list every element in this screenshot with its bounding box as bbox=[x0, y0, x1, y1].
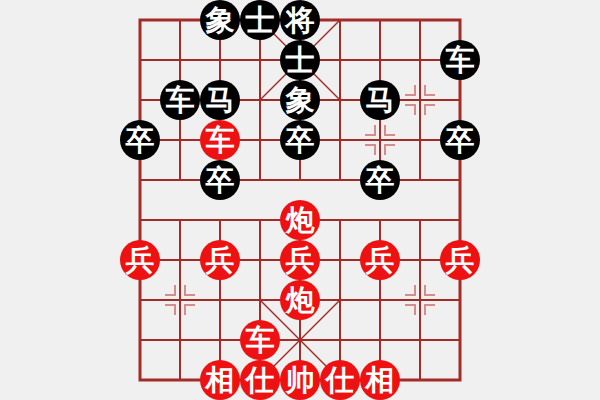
piece-black-soldier[interactable]: 卒 bbox=[360, 160, 400, 200]
point-marker bbox=[165, 285, 175, 295]
piece-black-chariot[interactable]: 车 bbox=[160, 80, 200, 120]
point-marker bbox=[385, 125, 395, 135]
point-marker bbox=[405, 305, 415, 315]
point-marker bbox=[385, 145, 395, 155]
piece-red-advisor[interactable]: 仕 bbox=[320, 360, 360, 400]
piece-black-elephant[interactable]: 象 bbox=[280, 80, 320, 120]
point-marker bbox=[425, 85, 435, 95]
piece-red-cannon[interactable]: 炮 bbox=[280, 280, 320, 320]
point-marker bbox=[405, 85, 415, 95]
piece-red-soldier[interactable]: 兵 bbox=[120, 240, 160, 280]
point-marker bbox=[405, 105, 415, 115]
piece-black-horse[interactable]: 马 bbox=[360, 80, 400, 120]
piece-black-chariot[interactable]: 车 bbox=[440, 40, 480, 80]
point-marker bbox=[425, 305, 435, 315]
piece-red-chariot[interactable]: 车 bbox=[240, 320, 280, 360]
piece-red-elephant[interactable]: 相 bbox=[360, 360, 400, 400]
piece-black-elephant[interactable]: 象 bbox=[200, 0, 240, 40]
piece-black-advisor[interactable]: 士 bbox=[280, 40, 320, 80]
piece-black-advisor[interactable]: 士 bbox=[240, 0, 280, 40]
piece-black-general[interactable]: 将 bbox=[280, 0, 320, 40]
point-marker bbox=[185, 285, 195, 295]
piece-red-chariot[interactable]: 车 bbox=[200, 120, 240, 160]
piece-red-soldier[interactable]: 兵 bbox=[360, 240, 400, 280]
point-marker bbox=[365, 145, 375, 155]
point-marker bbox=[185, 305, 195, 315]
piece-red-advisor[interactable]: 仕 bbox=[240, 360, 280, 400]
point-marker bbox=[165, 305, 175, 315]
piece-black-soldier[interactable]: 卒 bbox=[120, 120, 160, 160]
piece-red-cannon[interactable]: 炮 bbox=[280, 200, 320, 240]
piece-red-soldier[interactable]: 兵 bbox=[280, 240, 320, 280]
piece-black-soldier[interactable]: 卒 bbox=[280, 120, 320, 160]
xiangqi-board[interactable]: 象士将士车车马象马卒车卒卒卒卒炮兵兵兵兵兵炮车相仕帅仕相 bbox=[0, 0, 600, 400]
piece-black-horse[interactable]: 马 bbox=[200, 80, 240, 120]
point-marker bbox=[365, 125, 375, 135]
piece-red-soldier[interactable]: 兵 bbox=[440, 240, 480, 280]
piece-black-soldier[interactable]: 卒 bbox=[200, 160, 240, 200]
piece-black-soldier[interactable]: 卒 bbox=[440, 120, 480, 160]
point-marker bbox=[425, 285, 435, 295]
piece-red-soldier[interactable]: 兵 bbox=[200, 240, 240, 280]
point-marker bbox=[425, 105, 435, 115]
piece-red-elephant[interactable]: 相 bbox=[200, 360, 240, 400]
point-marker bbox=[405, 285, 415, 295]
piece-red-general[interactable]: 帅 bbox=[280, 360, 320, 400]
